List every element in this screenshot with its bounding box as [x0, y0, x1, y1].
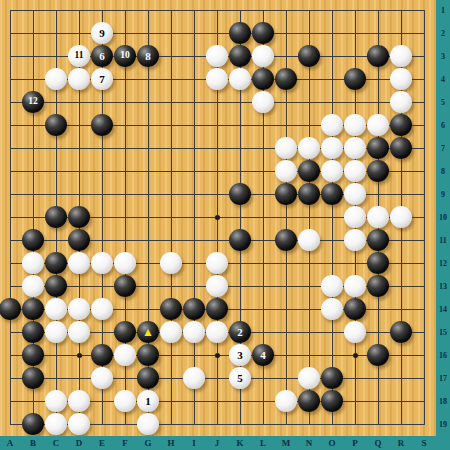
- row-label-1: 1: [441, 6, 445, 15]
- column-label-h: H: [167, 438, 174, 448]
- stone-white-f18[interactable]: [114, 390, 136, 412]
- stone-black-r15[interactable]: [390, 321, 412, 343]
- stone-black-l4[interactable]: [252, 68, 274, 90]
- stone-white-c18[interactable]: [45, 390, 67, 412]
- move-number: 10: [120, 51, 130, 61]
- stone-black-g17[interactable]: [137, 367, 159, 389]
- stone-white-r4[interactable]: [390, 68, 412, 90]
- stone-black-b19[interactable]: [22, 413, 44, 435]
- stone-white-r10[interactable]: [390, 206, 412, 228]
- stone-black-k15[interactable]: 2: [229, 321, 251, 343]
- stone-white-e4[interactable]: 7: [91, 68, 113, 90]
- stone-white-e2[interactable]: 9: [91, 22, 113, 44]
- row-label-19: 19: [439, 420, 447, 429]
- column-label-p: P: [352, 438, 358, 448]
- star-point: [215, 353, 220, 358]
- column-label-j: J: [215, 438, 220, 448]
- column-label-f: F: [122, 438, 128, 448]
- stone-black-n9[interactable]: [298, 183, 320, 205]
- column-label-b: B: [30, 438, 36, 448]
- row-label-5: 5: [441, 98, 445, 107]
- stone-black-d11[interactable]: [68, 229, 90, 251]
- stone-white-d14[interactable]: [68, 298, 90, 320]
- stone-white-n7[interactable]: [298, 137, 320, 159]
- stone-black-q8[interactable]: [367, 160, 389, 182]
- stone-black-q13[interactable]: [367, 275, 389, 297]
- stone-white-r5[interactable]: [390, 91, 412, 113]
- stone-white-f12[interactable]: [114, 252, 136, 274]
- stone-black-e6[interactable]: [91, 114, 113, 136]
- grid-line-vertical: [424, 10, 425, 425]
- stone-black-j14[interactable]: [206, 298, 228, 320]
- stone-white-k4[interactable]: [229, 68, 251, 90]
- move-number: 7: [99, 74, 105, 85]
- stone-black-b15[interactable]: [22, 321, 44, 343]
- row-label-13: 13: [439, 282, 447, 291]
- column-label-e: E: [99, 438, 105, 448]
- stone-white-p11[interactable]: [344, 229, 366, 251]
- stone-black-q12[interactable]: [367, 252, 389, 274]
- stone-white-q10[interactable]: [367, 206, 389, 228]
- stone-white-g18[interactable]: 1: [137, 390, 159, 412]
- row-coordinate-strip: [436, 0, 450, 450]
- row-label-14: 14: [439, 305, 447, 314]
- grid-line-vertical: [332, 10, 333, 425]
- stone-black-b16[interactable]: [22, 344, 44, 366]
- move-number: 2: [237, 327, 243, 338]
- move-number: 1: [145, 396, 151, 407]
- stone-white-o7[interactable]: [321, 137, 343, 159]
- star-point: [215, 215, 220, 220]
- stone-black-f13[interactable]: [114, 275, 136, 297]
- row-label-6: 6: [441, 121, 445, 130]
- stone-white-c4[interactable]: [45, 68, 67, 90]
- stone-white-d4[interactable]: [68, 68, 90, 90]
- stone-white-q6[interactable]: [367, 114, 389, 136]
- stone-white-r3[interactable]: [390, 45, 412, 67]
- stone-black-b5[interactable]: 12: [22, 91, 44, 113]
- stone-white-c15[interactable]: [45, 321, 67, 343]
- stone-white-o6[interactable]: [321, 114, 343, 136]
- stone-black-p14[interactable]: [344, 298, 366, 320]
- stone-black-e3[interactable]: 6: [91, 45, 113, 67]
- column-label-n: N: [306, 438, 313, 448]
- stone-black-b14[interactable]: [22, 298, 44, 320]
- stone-white-p6[interactable]: [344, 114, 366, 136]
- stone-black-k9[interactable]: [229, 183, 251, 205]
- row-label-4: 4: [441, 75, 445, 84]
- triangle-marker: ▲: [137, 321, 159, 343]
- row-label-7: 7: [441, 144, 445, 153]
- stone-black-g15[interactable]: ▲: [137, 321, 159, 343]
- stone-black-o17[interactable]: [321, 367, 343, 389]
- stone-black-o18[interactable]: [321, 390, 343, 412]
- stone-black-k11[interactable]: [229, 229, 251, 251]
- row-label-9: 9: [441, 190, 445, 199]
- stone-black-m11[interactable]: [275, 229, 297, 251]
- stone-white-p10[interactable]: [344, 206, 366, 228]
- star-point: [77, 353, 82, 358]
- stone-black-n3[interactable]: [298, 45, 320, 67]
- stone-white-n17[interactable]: [298, 367, 320, 389]
- row-label-11: 11: [439, 236, 447, 245]
- move-number: 6: [99, 51, 105, 62]
- stone-black-a14[interactable]: [0, 298, 21, 320]
- stone-black-q3[interactable]: [367, 45, 389, 67]
- stone-white-c19[interactable]: [45, 413, 67, 435]
- stone-black-p4[interactable]: [344, 68, 366, 90]
- stone-white-f16[interactable]: [114, 344, 136, 366]
- column-label-o: O: [328, 438, 335, 448]
- column-label-i: I: [192, 438, 196, 448]
- stone-black-q16[interactable]: [367, 344, 389, 366]
- move-number: 5: [237, 373, 243, 384]
- stone-white-g19[interactable]: [137, 413, 159, 435]
- stone-black-f3[interactable]: 10: [114, 45, 136, 67]
- stone-white-p15[interactable]: [344, 321, 366, 343]
- stone-white-h15[interactable]: [160, 321, 182, 343]
- column-label-g: G: [144, 438, 151, 448]
- row-label-18: 18: [439, 397, 447, 406]
- stone-white-i15[interactable]: [183, 321, 205, 343]
- stone-white-d19[interactable]: [68, 413, 90, 435]
- move-number: 8: [145, 51, 151, 62]
- stone-white-m8[interactable]: [275, 160, 297, 182]
- stone-white-p13[interactable]: [344, 275, 366, 297]
- column-label-d: D: [76, 438, 83, 448]
- column-label-l: L: [260, 438, 266, 448]
- stone-white-d12[interactable]: [68, 252, 90, 274]
- stone-black-r7[interactable]: [390, 137, 412, 159]
- stone-white-n11[interactable]: [298, 229, 320, 251]
- stone-white-e12[interactable]: [91, 252, 113, 274]
- stone-black-g16[interactable]: [137, 344, 159, 366]
- stone-white-j15[interactable]: [206, 321, 228, 343]
- move-number: 9: [99, 28, 105, 39]
- move-number: 11: [75, 51, 84, 61]
- stone-black-n8[interactable]: [298, 160, 320, 182]
- stone-white-b12[interactable]: [22, 252, 44, 274]
- stone-black-m4[interactable]: [275, 68, 297, 90]
- stone-white-e14[interactable]: [91, 298, 113, 320]
- stone-white-d15[interactable]: [68, 321, 90, 343]
- column-label-k: K: [236, 438, 243, 448]
- stone-white-p9[interactable]: [344, 183, 366, 205]
- row-label-12: 12: [439, 259, 447, 268]
- stone-white-k17[interactable]: 5: [229, 367, 251, 389]
- stone-white-j4[interactable]: [206, 68, 228, 90]
- stone-black-d10[interactable]: [68, 206, 90, 228]
- stone-white-c14[interactable]: [45, 298, 67, 320]
- stone-white-d18[interactable]: [68, 390, 90, 412]
- column-label-c: C: [53, 438, 60, 448]
- row-label-16: 16: [439, 351, 447, 360]
- row-label-15: 15: [439, 328, 447, 337]
- row-label-17: 17: [439, 374, 447, 383]
- column-label-s: S: [421, 438, 426, 448]
- column-coordinate-strip: [0, 436, 450, 450]
- stone-white-d3[interactable]: 11: [68, 45, 90, 67]
- stone-black-k2[interactable]: [229, 22, 251, 44]
- stone-black-h14[interactable]: [160, 298, 182, 320]
- stone-black-q7[interactable]: [367, 137, 389, 159]
- move-number: 4: [260, 350, 266, 361]
- stone-white-k16[interactable]: 3: [229, 344, 251, 366]
- grid-line-vertical: [309, 10, 310, 425]
- stone-white-p8[interactable]: [344, 160, 366, 182]
- stone-white-o13[interactable]: [321, 275, 343, 297]
- column-label-r: R: [398, 438, 405, 448]
- stone-white-o14[interactable]: [321, 298, 343, 320]
- row-label-2: 2: [441, 29, 445, 38]
- stone-white-m7[interactable]: [275, 137, 297, 159]
- grid-line-horizontal: [10, 378, 425, 379]
- stone-black-q11[interactable]: [367, 229, 389, 251]
- stone-black-r6[interactable]: [390, 114, 412, 136]
- stone-white-l3[interactable]: [252, 45, 274, 67]
- move-number: 3: [237, 350, 243, 361]
- column-label-q: Q: [374, 438, 381, 448]
- stone-black-m9[interactable]: [275, 183, 297, 205]
- stone-white-i17[interactable]: [183, 367, 205, 389]
- stone-black-b17[interactable]: [22, 367, 44, 389]
- star-point: [353, 353, 358, 358]
- stone-white-o8[interactable]: [321, 160, 343, 182]
- go-board[interactable]: 9116108712▲23451: [0, 0, 450, 450]
- column-label-a: A: [7, 438, 14, 448]
- stone-black-c13[interactable]: [45, 275, 67, 297]
- stone-white-j12[interactable]: [206, 252, 228, 274]
- row-label-3: 3: [441, 52, 445, 61]
- stone-white-j13[interactable]: [206, 275, 228, 297]
- stone-white-l5[interactable]: [252, 91, 274, 113]
- stone-white-j3[interactable]: [206, 45, 228, 67]
- move-number: 12: [28, 97, 38, 107]
- stone-black-i14[interactable]: [183, 298, 205, 320]
- stone-black-l2[interactable]: [252, 22, 274, 44]
- stone-white-h12[interactable]: [160, 252, 182, 274]
- stone-black-e16[interactable]: [91, 344, 113, 366]
- stone-black-k3[interactable]: [229, 45, 251, 67]
- row-label-10: 10: [439, 213, 447, 222]
- stone-white-m18[interactable]: [275, 390, 297, 412]
- stone-black-n18[interactable]: [298, 390, 320, 412]
- go-game-screenshot: 9116108712▲23451 ABCDEFGHIJKLMNOPQRS1234…: [0, 0, 450, 450]
- stone-black-c12[interactable]: [45, 252, 67, 274]
- row-label-8: 8: [441, 167, 445, 176]
- stone-black-o9[interactable]: [321, 183, 343, 205]
- stone-white-p7[interactable]: [344, 137, 366, 159]
- stone-black-l16[interactable]: 4: [252, 344, 274, 366]
- stone-white-e17[interactable]: [91, 367, 113, 389]
- column-label-m: M: [282, 438, 291, 448]
- stone-black-b11[interactable]: [22, 229, 44, 251]
- stone-black-c6[interactable]: [45, 114, 67, 136]
- stone-black-f15[interactable]: [114, 321, 136, 343]
- stone-white-b13[interactable]: [22, 275, 44, 297]
- stone-black-g3[interactable]: 8: [137, 45, 159, 67]
- stone-black-c10[interactable]: [45, 206, 67, 228]
